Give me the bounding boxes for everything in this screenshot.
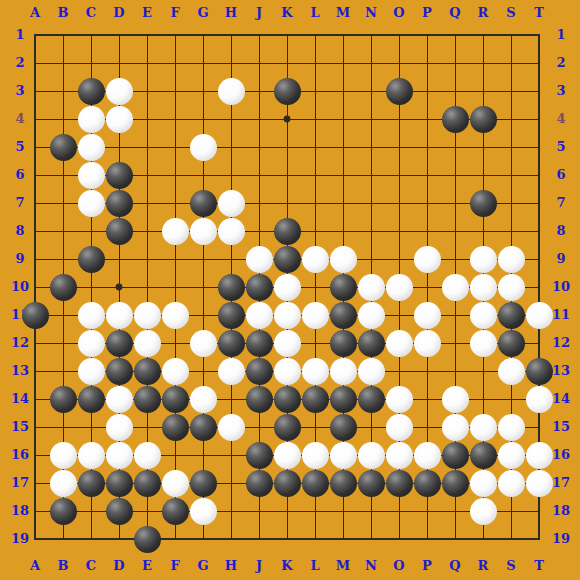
black-stone-Q17 <box>442 470 469 497</box>
black-stone-F15 <box>162 414 189 441</box>
white-stone-H8 <box>218 218 245 245</box>
white-stone-E16 <box>134 442 161 469</box>
col-label-bottom-H: H <box>217 556 245 576</box>
white-stone-G14 <box>190 386 217 413</box>
white-stone-N11 <box>358 302 385 329</box>
col-label-top-O: O <box>385 3 413 23</box>
white-stone-G8 <box>190 218 217 245</box>
col-label-bottom-A: A <box>21 556 49 576</box>
black-stone-M15 <box>330 414 357 441</box>
white-stone-O10 <box>386 274 413 301</box>
white-stone-Q15 <box>442 414 469 441</box>
black-stone-B14 <box>50 386 77 413</box>
row-label-left-7: 7 <box>6 193 34 213</box>
black-stone-M12 <box>330 330 357 357</box>
black-stone-H11 <box>218 302 245 329</box>
col-label-top-C: C <box>77 3 105 23</box>
white-stone-L13 <box>302 358 329 385</box>
row-label-right-10: 10 <box>547 277 575 297</box>
row-label-right-7: 7 <box>547 193 575 213</box>
white-stone-K10 <box>274 274 301 301</box>
row-label-right-6: 6 <box>547 165 575 185</box>
white-stone-C16 <box>78 442 105 469</box>
black-stone-M14 <box>330 386 357 413</box>
black-stone-F18 <box>162 498 189 525</box>
white-stone-M9 <box>330 246 357 273</box>
white-stone-O14 <box>386 386 413 413</box>
white-stone-G5 <box>190 134 217 161</box>
col-label-top-A: A <box>21 3 49 23</box>
white-stone-S16 <box>498 442 525 469</box>
white-stone-K13 <box>274 358 301 385</box>
black-stone-K8 <box>274 218 301 245</box>
white-stone-D15 <box>106 414 133 441</box>
white-stone-E12 <box>134 330 161 357</box>
row-label-right-9: 9 <box>547 249 575 269</box>
black-stone-E17 <box>134 470 161 497</box>
white-stone-R9 <box>470 246 497 273</box>
white-stone-J9 <box>246 246 273 273</box>
col-label-top-G: G <box>189 3 217 23</box>
row-label-left-13: 13 <box>6 361 34 381</box>
col-label-bottom-M: M <box>329 556 357 576</box>
black-stone-J13 <box>246 358 273 385</box>
black-stone-J17 <box>246 470 273 497</box>
col-label-bottom-K: K <box>273 556 301 576</box>
black-stone-M10 <box>330 274 357 301</box>
col-label-bottom-S: S <box>497 556 525 576</box>
black-stone-C9 <box>78 246 105 273</box>
row-label-right-3: 3 <box>547 81 575 101</box>
black-stone-B10 <box>50 274 77 301</box>
row-label-right-12: 12 <box>547 333 575 353</box>
white-stone-R15 <box>470 414 497 441</box>
row-label-left-1: 1 <box>6 25 34 45</box>
black-stone-F14 <box>162 386 189 413</box>
black-stone-J14 <box>246 386 273 413</box>
col-label-top-K: K <box>273 3 301 23</box>
col-label-top-L: L <box>301 3 329 23</box>
white-stone-D3 <box>106 78 133 105</box>
black-stone-T13 <box>526 358 553 385</box>
black-stone-H10 <box>218 274 245 301</box>
row-label-left-12: 12 <box>6 333 34 353</box>
white-stone-D14 <box>106 386 133 413</box>
black-stone-G15 <box>190 414 217 441</box>
black-stone-D12 <box>106 330 133 357</box>
col-label-bottom-C: C <box>77 556 105 576</box>
white-stone-H15 <box>218 414 245 441</box>
white-stone-C13 <box>78 358 105 385</box>
white-stone-R12 <box>470 330 497 357</box>
col-label-top-D: D <box>105 3 133 23</box>
black-stone-D18 <box>106 498 133 525</box>
col-label-top-Q: Q <box>441 3 469 23</box>
row-label-left-16: 16 <box>6 445 34 465</box>
col-label-bottom-J: J <box>245 556 273 576</box>
row-label-right-1: 1 <box>547 25 575 45</box>
black-stone-K17 <box>274 470 301 497</box>
black-stone-J16 <box>246 442 273 469</box>
black-stone-D8 <box>106 218 133 245</box>
row-label-left-8: 8 <box>6 221 34 241</box>
white-stone-T16 <box>526 442 553 469</box>
row-label-left-17: 17 <box>6 473 34 493</box>
black-stone-N14 <box>358 386 385 413</box>
white-stone-P11 <box>414 302 441 329</box>
white-stone-E11 <box>134 302 161 329</box>
white-stone-S9 <box>498 246 525 273</box>
row-label-left-18: 18 <box>6 501 34 521</box>
col-label-bottom-N: N <box>357 556 385 576</box>
black-stone-N12 <box>358 330 385 357</box>
white-stone-R11 <box>470 302 497 329</box>
white-stone-K16 <box>274 442 301 469</box>
black-stone-D6 <box>106 162 133 189</box>
col-label-top-F: F <box>161 3 189 23</box>
col-label-bottom-D: D <box>105 556 133 576</box>
white-stone-L9 <box>302 246 329 273</box>
black-stone-S12 <box>498 330 525 357</box>
star-point-K4 <box>284 116 291 123</box>
black-stone-Q4 <box>442 106 469 133</box>
black-stone-R7 <box>470 190 497 217</box>
white-stone-L11 <box>302 302 329 329</box>
white-stone-L16 <box>302 442 329 469</box>
black-stone-L17 <box>302 470 329 497</box>
white-stone-C12 <box>78 330 105 357</box>
row-label-left-6: 6 <box>6 165 34 185</box>
white-stone-J11 <box>246 302 273 329</box>
col-label-bottom-F: F <box>161 556 189 576</box>
white-stone-F8 <box>162 218 189 245</box>
black-stone-P17 <box>414 470 441 497</box>
col-label-bottom-B: B <box>49 556 77 576</box>
white-stone-O15 <box>386 414 413 441</box>
row-label-right-18: 18 <box>547 501 575 521</box>
black-stone-M17 <box>330 470 357 497</box>
white-stone-G12 <box>190 330 217 357</box>
row-label-left-9: 9 <box>6 249 34 269</box>
white-stone-D4 <box>106 106 133 133</box>
black-stone-K3 <box>274 78 301 105</box>
col-label-top-E: E <box>133 3 161 23</box>
white-stone-T14 <box>526 386 553 413</box>
black-stone-E19 <box>134 526 161 553</box>
row-label-right-4: 4 <box>547 109 575 129</box>
col-label-top-R: R <box>469 3 497 23</box>
black-stone-D13 <box>106 358 133 385</box>
white-stone-F11 <box>162 302 189 329</box>
black-stone-K14 <box>274 386 301 413</box>
star-point-D10 <box>116 284 123 291</box>
white-stone-T11 <box>526 302 553 329</box>
col-label-top-B: B <box>49 3 77 23</box>
black-stone-C14 <box>78 386 105 413</box>
col-label-top-P: P <box>413 3 441 23</box>
col-label-bottom-L: L <box>301 556 329 576</box>
white-stone-R17 <box>470 470 497 497</box>
black-stone-H12 <box>218 330 245 357</box>
black-stone-M11 <box>330 302 357 329</box>
white-stone-C4 <box>78 106 105 133</box>
black-stone-G17 <box>190 470 217 497</box>
white-stone-F13 <box>162 358 189 385</box>
row-label-left-19: 19 <box>6 529 34 549</box>
col-label-top-N: N <box>357 3 385 23</box>
white-stone-G18 <box>190 498 217 525</box>
white-stone-C6 <box>78 162 105 189</box>
white-stone-D11 <box>106 302 133 329</box>
row-label-left-14: 14 <box>6 389 34 409</box>
white-stone-K12 <box>274 330 301 357</box>
white-stone-Q14 <box>442 386 469 413</box>
white-stone-P16 <box>414 442 441 469</box>
black-stone-C3 <box>78 78 105 105</box>
row-label-right-5: 5 <box>547 137 575 157</box>
black-stone-K15 <box>274 414 301 441</box>
white-stone-H13 <box>218 358 245 385</box>
white-stone-T17 <box>526 470 553 497</box>
col-label-bottom-Q: Q <box>441 556 469 576</box>
row-label-right-15: 15 <box>547 417 575 437</box>
black-stone-Q16 <box>442 442 469 469</box>
white-stone-C7 <box>78 190 105 217</box>
white-stone-N10 <box>358 274 385 301</box>
row-label-left-5: 5 <box>6 137 34 157</box>
col-label-top-M: M <box>329 3 357 23</box>
col-label-bottom-O: O <box>385 556 413 576</box>
white-stone-P9 <box>414 246 441 273</box>
white-stone-S10 <box>498 274 525 301</box>
row-label-left-3: 3 <box>6 81 34 101</box>
white-stone-S17 <box>498 470 525 497</box>
white-stone-N13 <box>358 358 385 385</box>
black-stone-R16 <box>470 442 497 469</box>
black-stone-S11 <box>498 302 525 329</box>
row-label-right-19: 19 <box>547 529 575 549</box>
white-stone-S13 <box>498 358 525 385</box>
black-stone-R4 <box>470 106 497 133</box>
white-stone-N16 <box>358 442 385 469</box>
black-stone-B18 <box>50 498 77 525</box>
white-stone-B16 <box>50 442 77 469</box>
black-stone-N17 <box>358 470 385 497</box>
col-label-top-S: S <box>497 3 525 23</box>
black-stone-D7 <box>106 190 133 217</box>
col-label-bottom-E: E <box>133 556 161 576</box>
white-stone-R18 <box>470 498 497 525</box>
black-stone-B5 <box>50 134 77 161</box>
white-stone-C5 <box>78 134 105 161</box>
col-label-top-H: H <box>217 3 245 23</box>
col-label-bottom-G: G <box>189 556 217 576</box>
row-label-left-4: 4 <box>6 109 34 129</box>
black-stone-C17 <box>78 470 105 497</box>
col-label-top-J: J <box>245 3 273 23</box>
white-stone-O12 <box>386 330 413 357</box>
black-stone-K9 <box>274 246 301 273</box>
white-stone-F17 <box>162 470 189 497</box>
white-stone-H3 <box>218 78 245 105</box>
white-stone-D16 <box>106 442 133 469</box>
col-label-bottom-P: P <box>413 556 441 576</box>
black-stone-J10 <box>246 274 273 301</box>
white-stone-S15 <box>498 414 525 441</box>
row-label-right-2: 2 <box>547 53 575 73</box>
col-label-bottom-T: T <box>525 556 553 576</box>
black-stone-E13 <box>134 358 161 385</box>
white-stone-K11 <box>274 302 301 329</box>
white-stone-M16 <box>330 442 357 469</box>
black-stone-G7 <box>190 190 217 217</box>
white-stone-R10 <box>470 274 497 301</box>
white-stone-C11 <box>78 302 105 329</box>
white-stone-O16 <box>386 442 413 469</box>
row-label-left-10: 10 <box>6 277 34 297</box>
black-stone-D17 <box>106 470 133 497</box>
row-label-left-15: 15 <box>6 417 34 437</box>
white-stone-P12 <box>414 330 441 357</box>
black-stone-L14 <box>302 386 329 413</box>
black-stone-O17 <box>386 470 413 497</box>
white-stone-M13 <box>330 358 357 385</box>
go-board[interactable]: AABBCCDDEEFFGGHHJJKKLLMMNNOOPPQQRRSSTT11… <box>0 0 580 580</box>
black-stone-O3 <box>386 78 413 105</box>
black-stone-A11 <box>22 302 49 329</box>
row-label-right-8: 8 <box>547 221 575 241</box>
col-label-bottom-R: R <box>469 556 497 576</box>
black-stone-E14 <box>134 386 161 413</box>
col-label-top-T: T <box>525 3 553 23</box>
white-stone-Q10 <box>442 274 469 301</box>
white-stone-H7 <box>218 190 245 217</box>
black-stone-J12 <box>246 330 273 357</box>
row-label-left-2: 2 <box>6 53 34 73</box>
white-stone-B17 <box>50 470 77 497</box>
